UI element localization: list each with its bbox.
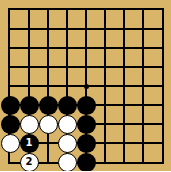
- move-number-label: 1: [26, 138, 33, 148]
- white-stone[interactable]: [58, 153, 77, 172]
- black-stone[interactable]: [39, 96, 58, 115]
- grid-line: [123, 10, 125, 162]
- white-stone[interactable]: [58, 115, 77, 134]
- black-stone[interactable]: [1, 115, 20, 134]
- white-stone[interactable]: 2: [20, 153, 39, 172]
- grid-line: [104, 10, 106, 162]
- move-number-label: 2: [26, 157, 33, 167]
- go-board[interactable]: 12: [8, 8, 164, 164]
- black-stone[interactable]: [1, 96, 20, 115]
- grid-line: [142, 10, 144, 162]
- black-stone[interactable]: [77, 153, 96, 172]
- white-stone[interactable]: [1, 134, 20, 153]
- black-stone[interactable]: [77, 96, 96, 115]
- black-stone[interactable]: [77, 115, 96, 134]
- go-board-diagram: 12: [0, 0, 171, 171]
- white-stone[interactable]: [20, 115, 39, 134]
- star-point: [84, 84, 89, 89]
- black-stone[interactable]: [77, 134, 96, 153]
- black-stone[interactable]: 1: [20, 134, 39, 153]
- black-stone[interactable]: [58, 96, 77, 115]
- white-stone[interactable]: [39, 115, 58, 134]
- white-stone[interactable]: [58, 134, 77, 153]
- black-stone[interactable]: [20, 96, 39, 115]
